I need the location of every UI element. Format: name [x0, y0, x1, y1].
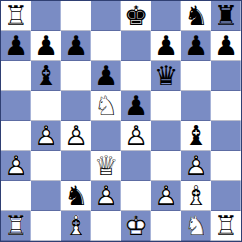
square-a8[interactable]: ♜♖ — [1, 1, 31, 31]
square-e5[interactable]: ♟ — [121, 91, 151, 121]
square-f1[interactable] — [151, 211, 181, 241]
square-d1[interactable] — [91, 211, 121, 241]
square-d4[interactable] — [91, 121, 121, 151]
square-d2[interactable]: ♟♙ — [91, 181, 121, 211]
piece-white-knight: ♞♘ — [181, 211, 211, 241]
piece-black-bishop: ♝ — [181, 121, 211, 151]
piece-black-pawn: ♟ — [91, 61, 121, 91]
square-c3[interactable] — [61, 151, 91, 181]
square-g4[interactable]: ♝ — [181, 121, 211, 151]
square-h5[interactable] — [211, 91, 241, 121]
square-f8[interactable] — [151, 1, 181, 31]
square-e6[interactable] — [121, 61, 151, 91]
square-d5[interactable]: ♞♘ — [91, 91, 121, 121]
square-f4[interactable] — [151, 121, 181, 151]
piece-black-queen: ♛ — [151, 61, 181, 91]
piece-white-queen: ♛♕ — [91, 151, 121, 181]
square-a6[interactable] — [1, 61, 31, 91]
square-d8[interactable] — [91, 1, 121, 31]
square-e8[interactable]: ♚ — [121, 1, 151, 31]
piece-white-pawn: ♟♙ — [121, 121, 151, 151]
piece-white-rook: ♜♖ — [211, 211, 241, 241]
square-d7[interactable] — [91, 31, 121, 61]
piece-black-pawn: ♟ — [61, 31, 91, 61]
square-e2[interactable] — [121, 181, 151, 211]
piece-black-king: ♚ — [121, 1, 151, 31]
square-f7[interactable]: ♟ — [151, 31, 181, 61]
piece-black-rook: ♜ — [211, 1, 241, 31]
square-g3[interactable]: ♟♙ — [181, 151, 211, 181]
piece-white-rook: ♜♖ — [1, 211, 31, 241]
square-c8[interactable] — [61, 1, 91, 31]
square-h3[interactable] — [211, 151, 241, 181]
square-h2[interactable] — [211, 181, 241, 211]
square-h4[interactable] — [211, 121, 241, 151]
piece-white-pawn: ♟♙ — [31, 121, 61, 151]
square-c1[interactable]: ♝♗ — [61, 211, 91, 241]
square-h8[interactable]: ♜ — [211, 1, 241, 31]
square-c7[interactable]: ♟ — [61, 31, 91, 61]
square-e3[interactable] — [121, 151, 151, 181]
piece-black-knight: ♞ — [61, 181, 91, 211]
piece-black-pawn: ♟ — [31, 31, 61, 61]
square-e1[interactable]: ♚♔ — [121, 211, 151, 241]
square-b2[interactable] — [31, 181, 61, 211]
square-g6[interactable] — [181, 61, 211, 91]
square-g7[interactable]: ♟ — [181, 31, 211, 61]
square-g1[interactable]: ♞♘ — [181, 211, 211, 241]
square-a5[interactable] — [1, 91, 31, 121]
square-h7[interactable]: ♟ — [211, 31, 241, 61]
square-a1[interactable]: ♜♖ — [1, 211, 31, 241]
square-f5[interactable] — [151, 91, 181, 121]
chess-board: ♜♖♚♞♜♟♟♟♟♟♟♝♟♛♞♘♟♟♙♟♙♟♙♝♟♙♛♕♟♙♞♟♙♟♙♝♗♜♖♝… — [0, 0, 242, 242]
piece-black-pawn: ♟ — [1, 31, 31, 61]
piece-white-bishop: ♝♗ — [181, 181, 211, 211]
piece-white-king: ♚♔ — [121, 211, 151, 241]
square-c4[interactable]: ♟♙ — [61, 121, 91, 151]
square-e4[interactable]: ♟♙ — [121, 121, 151, 151]
square-f6[interactable]: ♛ — [151, 61, 181, 91]
piece-black-pawn: ♟ — [211, 31, 241, 61]
piece-black-pawn: ♟ — [151, 31, 181, 61]
piece-black-pawn: ♟ — [181, 31, 211, 61]
square-c2[interactable]: ♞ — [61, 181, 91, 211]
piece-white-pawn: ♟♙ — [61, 121, 91, 151]
square-b5[interactable] — [31, 91, 61, 121]
square-h1[interactable]: ♜♖ — [211, 211, 241, 241]
piece-black-knight: ♞ — [181, 1, 211, 31]
piece-black-bishop: ♝ — [31, 61, 61, 91]
square-f2[interactable]: ♟♙ — [151, 181, 181, 211]
square-a4[interactable] — [1, 121, 31, 151]
piece-white-pawn: ♟♙ — [151, 181, 181, 211]
piece-white-pawn: ♟♙ — [1, 151, 31, 181]
square-b4[interactable]: ♟♙ — [31, 121, 61, 151]
square-a7[interactable]: ♟ — [1, 31, 31, 61]
square-c5[interactable] — [61, 91, 91, 121]
piece-white-rook: ♜♖ — [1, 1, 31, 31]
square-b1[interactable] — [31, 211, 61, 241]
square-e7[interactable] — [121, 31, 151, 61]
square-g8[interactable]: ♞ — [181, 1, 211, 31]
square-g2[interactable]: ♝♗ — [181, 181, 211, 211]
square-c6[interactable] — [61, 61, 91, 91]
square-f3[interactable] — [151, 151, 181, 181]
piece-white-bishop: ♝♗ — [61, 211, 91, 241]
piece-white-pawn: ♟♙ — [181, 151, 211, 181]
square-h6[interactable] — [211, 61, 241, 91]
square-b3[interactable] — [31, 151, 61, 181]
square-b6[interactable]: ♝ — [31, 61, 61, 91]
piece-white-pawn: ♟♙ — [91, 181, 121, 211]
square-d6[interactable]: ♟ — [91, 61, 121, 91]
square-a3[interactable]: ♟♙ — [1, 151, 31, 181]
square-b8[interactable] — [31, 1, 61, 31]
square-a2[interactable] — [1, 181, 31, 211]
piece-white-knight: ♞♘ — [91, 91, 121, 121]
square-g5[interactable] — [181, 91, 211, 121]
square-d3[interactable]: ♛♕ — [91, 151, 121, 181]
square-b7[interactable]: ♟ — [31, 31, 61, 61]
piece-black-pawn: ♟ — [121, 91, 151, 121]
